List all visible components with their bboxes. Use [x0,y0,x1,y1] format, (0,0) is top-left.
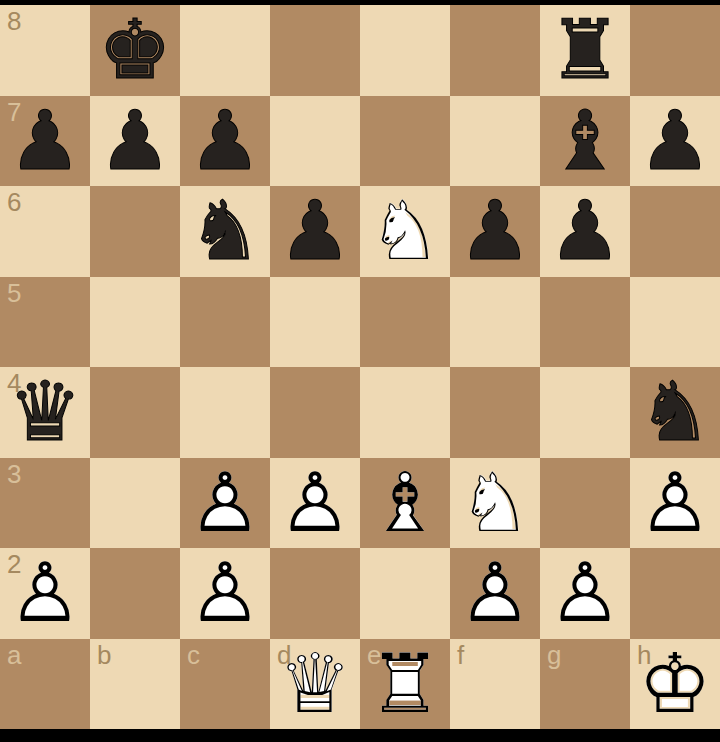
rank-label-6: 6 [7,188,21,217]
piece-white-rook[interactable]: ♜♖ [360,639,450,730]
square-g1[interactable]: g [540,639,630,730]
square-d7[interactable] [270,96,360,187]
piece-black-bishop[interactable]: ♝ [540,96,630,187]
square-a2[interactable]: 2♟♙ [0,548,90,639]
piece-white-king[interactable]: ♚♔ [630,639,720,730]
square-d1[interactable]: d♛♕ [270,639,360,730]
black-knight-glyph: ♞ [630,367,720,458]
square-f5[interactable] [450,277,540,368]
square-h8[interactable] [630,5,720,96]
chess-board: 8♚♜7♟♟♟♝♟6♞♟♞♘♟♟54♛♞3♟♙♟♙♝♗♞♘♟♙2♟♙♟♙♟♙♟♙… [0,5,720,729]
square-h4[interactable]: ♞ [630,367,720,458]
white-king-outline: ♔ [630,639,720,730]
white-knight-outline: ♘ [360,186,450,277]
square-g2[interactable]: ♟♙ [540,548,630,639]
square-b5[interactable] [90,277,180,368]
square-d4[interactable] [270,367,360,458]
square-e6[interactable]: ♞♘ [360,186,450,277]
white-pawn-outline: ♙ [180,548,270,639]
black-pawn-glyph: ♟ [180,96,270,187]
file-label-a: a [7,641,21,670]
white-rook-outline: ♖ [360,639,450,730]
white-pawn-outline: ♙ [540,548,630,639]
piece-white-pawn[interactable]: ♟♙ [450,548,540,639]
square-a5[interactable]: 5 [0,277,90,368]
top-frame-bar [0,0,720,5]
white-pawn-outline: ♙ [180,458,270,549]
rank-label-5: 5 [7,279,21,308]
piece-black-pawn[interactable]: ♟ [270,186,360,277]
black-pawn-glyph: ♟ [0,96,90,187]
square-c8[interactable] [180,5,270,96]
square-h6[interactable] [630,186,720,277]
black-pawn-glyph: ♟ [90,96,180,187]
square-e3[interactable]: ♝♗ [360,458,450,549]
square-d6[interactable]: ♟ [270,186,360,277]
square-e7[interactable] [360,96,450,187]
black-pawn-glyph: ♟ [450,186,540,277]
piece-white-pawn[interactable]: ♟♙ [540,548,630,639]
square-b4[interactable] [90,367,180,458]
piece-black-pawn[interactable]: ♟ [540,186,630,277]
square-e2[interactable] [360,548,450,639]
black-pawn-glyph: ♟ [630,96,720,187]
black-pawn-glyph: ♟ [270,186,360,277]
square-b3[interactable] [90,458,180,549]
square-g6[interactable]: ♟ [540,186,630,277]
square-f8[interactable] [450,5,540,96]
square-f7[interactable] [450,96,540,187]
piece-white-pawn[interactable]: ♟♙ [270,458,360,549]
square-h2[interactable] [630,548,720,639]
square-g4[interactable] [540,367,630,458]
square-h3[interactable]: ♟♙ [630,458,720,549]
square-a7[interactable]: 7♟ [0,96,90,187]
square-a3[interactable]: 3 [0,458,90,549]
square-c4[interactable] [180,367,270,458]
square-a8[interactable]: 8 [0,5,90,96]
piece-white-pawn[interactable]: ♟♙ [180,548,270,639]
black-pawn-glyph: ♟ [540,186,630,277]
piece-black-knight[interactable]: ♞ [630,367,720,458]
square-e5[interactable] [360,277,450,368]
square-c3[interactable]: ♟♙ [180,458,270,549]
piece-black-knight[interactable]: ♞ [180,186,270,277]
square-d3[interactable]: ♟♙ [270,458,360,549]
piece-black-queen[interactable]: ♛ [0,367,90,458]
square-d2[interactable] [270,548,360,639]
piece-black-pawn[interactable]: ♟ [0,96,90,187]
square-c5[interactable] [180,277,270,368]
piece-white-pawn[interactable]: ♟♙ [0,548,90,639]
black-knight-glyph: ♞ [180,186,270,277]
square-f6[interactable]: ♟ [450,186,540,277]
square-c2[interactable]: ♟♙ [180,548,270,639]
square-h5[interactable] [630,277,720,368]
square-b7[interactable]: ♟ [90,96,180,187]
square-h1[interactable]: h♚♔ [630,639,720,730]
black-queen-glyph: ♛ [0,367,90,458]
square-c6[interactable]: ♞ [180,186,270,277]
chess-app-screen: 8♚♜7♟♟♟♝♟6♞♟♞♘♟♟54♛♞3♟♙♟♙♝♗♞♘♟♙2♟♙♟♙♟♙♟♙… [0,0,720,742]
square-b1[interactable]: b [90,639,180,730]
piece-white-pawn[interactable]: ♟♙ [630,458,720,549]
square-b8[interactable]: ♚ [90,5,180,96]
white-pawn-outline: ♙ [630,458,720,549]
white-queen-outline: ♕ [270,639,360,730]
square-f1[interactable]: f [450,639,540,730]
square-b6[interactable] [90,186,180,277]
white-bishop-outline: ♗ [360,458,450,549]
square-b2[interactable] [90,548,180,639]
square-f4[interactable] [450,367,540,458]
square-g5[interactable] [540,277,630,368]
square-c1[interactable]: c [180,639,270,730]
square-g8[interactable]: ♜ [540,5,630,96]
black-king-glyph: ♚ [90,5,180,96]
piece-white-pawn[interactable]: ♟♙ [180,458,270,549]
white-pawn-outline: ♙ [0,548,90,639]
piece-white-knight[interactable]: ♞♘ [450,458,540,549]
rank-label-8: 8 [7,7,21,36]
file-label-f: f [457,641,464,670]
rank-label-3: 3 [7,460,21,489]
square-f2[interactable]: ♟♙ [450,548,540,639]
file-label-g: g [547,641,561,670]
file-label-c: c [187,641,200,670]
square-h7[interactable]: ♟ [630,96,720,187]
square-g3[interactable] [540,458,630,549]
black-bishop-glyph: ♝ [540,96,630,187]
piece-white-knight[interactable]: ♞♘ [360,186,450,277]
square-f3[interactable]: ♞♘ [450,458,540,549]
square-e8[interactable] [360,5,450,96]
piece-black-rook[interactable]: ♜ [540,5,630,96]
piece-black-pawn[interactable]: ♟ [450,186,540,277]
square-d5[interactable] [270,277,360,368]
piece-black-pawn[interactable]: ♟ [630,96,720,187]
square-a6[interactable]: 6 [0,186,90,277]
black-rook-glyph: ♜ [540,5,630,96]
square-e1[interactable]: e♜♖ [360,639,450,730]
white-pawn-outline: ♙ [270,458,360,549]
square-c7[interactable]: ♟ [180,96,270,187]
piece-white-queen[interactable]: ♛♕ [270,639,360,730]
white-knight-outline: ♘ [450,458,540,549]
bottom-frame-bar [0,729,720,742]
file-label-b: b [97,641,111,670]
piece-white-bishop[interactable]: ♝♗ [360,458,450,549]
square-a4[interactable]: 4♛ [0,367,90,458]
piece-black-king[interactable]: ♚ [90,5,180,96]
piece-black-pawn[interactable]: ♟ [90,96,180,187]
piece-black-pawn[interactable]: ♟ [180,96,270,187]
square-e4[interactable] [360,367,450,458]
square-g7[interactable]: ♝ [540,96,630,187]
square-d8[interactable] [270,5,360,96]
square-a1[interactable]: a [0,639,90,730]
white-pawn-outline: ♙ [450,548,540,639]
